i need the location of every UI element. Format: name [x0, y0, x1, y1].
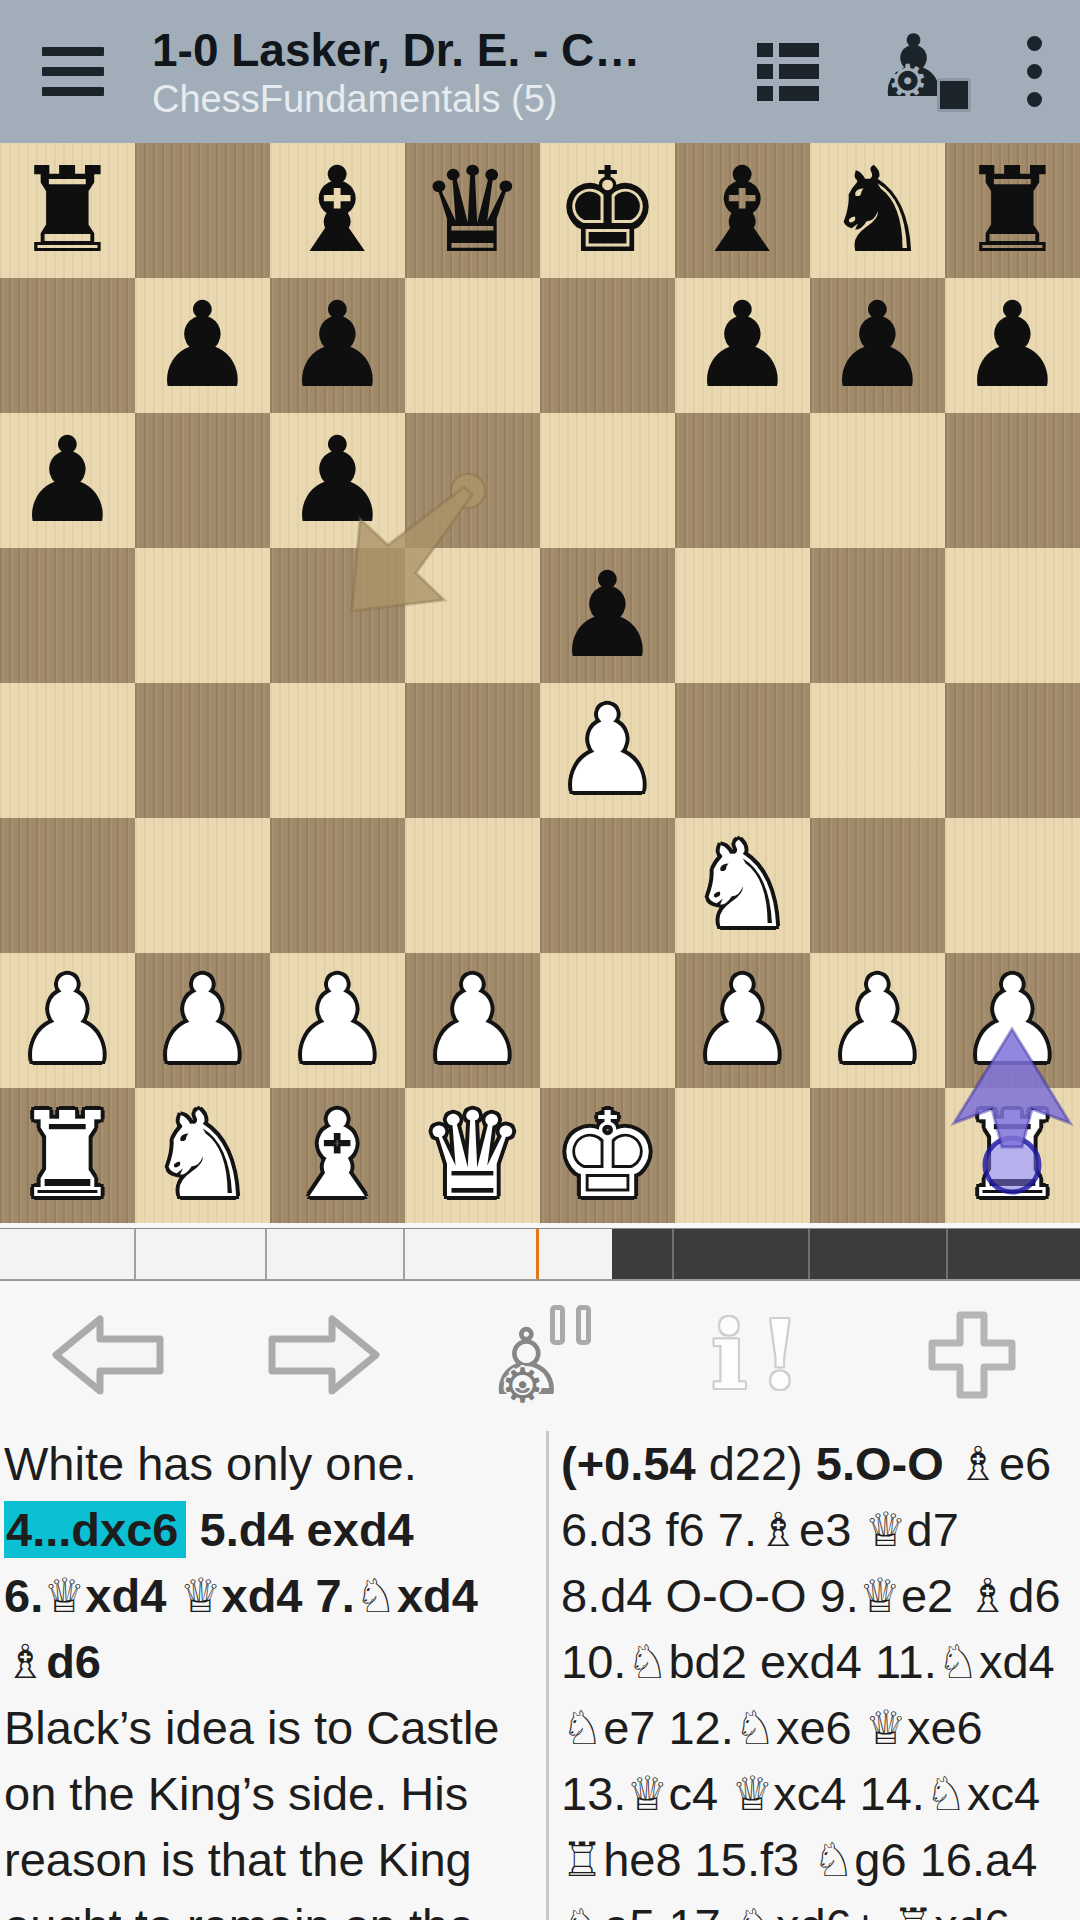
square-e5[interactable]: ♟ — [540, 548, 675, 683]
progress-divider — [265, 1229, 267, 1279]
back-arrow-icon — [48, 1313, 168, 1397]
forward-button[interactable] — [216, 1305, 432, 1405]
square-e6[interactable] — [540, 413, 675, 548]
forward-arrow-icon — [264, 1313, 384, 1397]
engine-pause-icon: ♙ ⚙ — [475, 1305, 605, 1405]
piece-white-king: ♚ — [555, 1088, 661, 1223]
square-g8[interactable]: ♞ — [810, 143, 945, 278]
square-d3[interactable] — [405, 818, 540, 953]
engine-column[interactable]: (+0.54 d22) 5.O-O ♗e66.d3 f6 7.♗e3 ♕d78.… — [549, 1431, 1080, 1920]
app-bar: 1-0 Lasker, Dr. E. - C… ChessFundamental… — [0, 0, 1080, 143]
piece-black-pawn: ♟ — [150, 278, 256, 413]
square-h2[interactable]: ♟ — [945, 953, 1080, 1088]
square-e1[interactable]: ♚ — [540, 1088, 675, 1223]
selected-move[interactable]: 4...dxc6 — [4, 1501, 186, 1558]
annotation-line[interactable]: 4...dxc6 5.d4 exd4 — [4, 1497, 546, 1563]
square-a8[interactable]: ♜ — [0, 143, 135, 278]
engine-line[interactable]: ♘e7 12.♘xe6 ♕xe6 — [561, 1695, 1080, 1761]
square-c1[interactable]: ♝ — [270, 1088, 405, 1223]
square-d4[interactable] — [405, 683, 540, 818]
piece-black-rook: ♜ — [960, 143, 1066, 278]
square-e4[interactable]: ♟ — [540, 683, 675, 818]
piece-black-pawn: ♟ — [555, 548, 661, 683]
square-d8[interactable]: ♛ — [405, 143, 540, 278]
square-c7[interactable]: ♟ — [270, 278, 405, 413]
square-a6[interactable]: ♟ — [0, 413, 135, 548]
annotation-column[interactable]: White has only one.4...dxc6 5.d4 exd46.♕… — [0, 1431, 546, 1920]
square-b7[interactable]: ♟ — [135, 278, 270, 413]
square-a2[interactable]: ♟ — [0, 953, 135, 1088]
square-d6[interactable] — [405, 413, 540, 548]
square-f3[interactable]: ♞ — [675, 818, 810, 953]
piece-white-pawn: ♟ — [825, 953, 931, 1088]
piece-white-pawn: ♟ — [960, 953, 1066, 1088]
pause-bar-icon — [576, 1305, 591, 1345]
add-move-button[interactable] — [864, 1305, 1080, 1405]
back-button[interactable] — [0, 1305, 216, 1405]
square-f1[interactable] — [675, 1088, 810, 1223]
engine-line[interactable]: 6.d3 f6 7.♗e3 ♕d7 — [561, 1497, 1080, 1563]
annotation-line[interactable]: on the King’s side. His — [4, 1761, 546, 1827]
square-h3[interactable] — [945, 818, 1080, 953]
piece-white-queen: ♛ — [420, 1088, 526, 1223]
square-g4[interactable] — [810, 683, 945, 818]
piece-white-pawn: ♟ — [690, 953, 796, 1088]
piece-black-pawn: ♟ — [960, 278, 1066, 413]
square-d7[interactable] — [405, 278, 540, 413]
progress-divider — [946, 1229, 948, 1279]
square-a5[interactable] — [0, 548, 135, 683]
piece-white-rook: ♜ — [960, 1088, 1066, 1223]
overflow-menu-icon[interactable] — [1027, 36, 1042, 107]
page-title: 1-0 Lasker, Dr. E. - C… — [152, 23, 757, 77]
square-h6[interactable] — [945, 413, 1080, 548]
square-b8[interactable] — [135, 143, 270, 278]
piece-white-bishop: ♝ — [285, 1088, 391, 1223]
annotation-line[interactable]: reason is that the King — [4, 1827, 546, 1893]
square-e8[interactable]: ♚ — [540, 143, 675, 278]
piece-black-knight: ♞ — [825, 143, 931, 278]
square-f6[interactable] — [675, 413, 810, 548]
piece-white-pawn: ♟ — [15, 953, 121, 1088]
square-c2[interactable]: ♟ — [270, 953, 405, 1088]
square-f2[interactable]: ♟ — [675, 953, 810, 1088]
info-button[interactable]: i! — [648, 1305, 864, 1405]
square-b3[interactable] — [135, 818, 270, 953]
piece-white-pawn: ♟ — [420, 953, 526, 1088]
plus-icon — [926, 1309, 1018, 1401]
annotation-line[interactable]: ♗d6 — [4, 1629, 546, 1695]
square-h8[interactable]: ♜ — [945, 143, 1080, 278]
engine-line[interactable]: 10.♘bd2 exd4 11.♘xd4 — [561, 1629, 1080, 1695]
square-c5[interactable] — [270, 548, 405, 683]
piece-black-pawn: ♟ — [15, 413, 121, 548]
annotation-line[interactable]: Black’s idea is to Castle — [4, 1695, 546, 1761]
notes-panel: White has only one.4...dxc6 5.d4 exd46.♕… — [0, 1431, 1080, 1920]
progress-divider — [808, 1229, 810, 1279]
piece-black-pawn: ♟ — [285, 278, 391, 413]
square-g7[interactable]: ♟ — [810, 278, 945, 413]
annotation-line[interactable]: White has only one. — [4, 1431, 546, 1497]
piece-black-bishop: ♝ — [690, 143, 796, 278]
square-g2[interactable]: ♟ — [810, 953, 945, 1088]
square-f8[interactable]: ♝ — [675, 143, 810, 278]
square-c6[interactable]: ♟ — [270, 413, 405, 548]
piece-white-pawn: ♟ — [285, 953, 391, 1088]
square-a4[interactable] — [0, 683, 135, 818]
square-g6[interactable] — [810, 413, 945, 548]
square-c4[interactable] — [270, 683, 405, 818]
square-b2[interactable]: ♟ — [135, 953, 270, 1088]
square-f4[interactable] — [675, 683, 810, 818]
game-progress-bar[interactable] — [0, 1228, 1080, 1281]
engine-line[interactable]: ♘e5 17.♘xd6+ ♖xd6 — [561, 1893, 1080, 1920]
engine-toggle-button[interactable]: ♙ ⚙ — [432, 1305, 648, 1405]
square-d2[interactable]: ♟ — [405, 953, 540, 1088]
annotation-line[interactable]: ought to remain on the — [4, 1893, 546, 1920]
annotation-line[interactable]: 6.♕xd4 ♕xd4 7.♘xd4 — [4, 1563, 546, 1629]
stop-square-icon — [937, 78, 971, 112]
progress-divider — [134, 1229, 136, 1279]
square-h4[interactable] — [945, 683, 1080, 818]
piece-white-pawn: ♟ — [150, 953, 256, 1088]
square-d5[interactable] — [405, 548, 540, 683]
square-e3[interactable] — [540, 818, 675, 953]
square-e7[interactable] — [540, 278, 675, 413]
info-exclaim-icon: i! — [712, 1308, 801, 1402]
square-c8[interactable]: ♝ — [270, 143, 405, 278]
engine-line[interactable]: 13.♕c4 ♕xc4 14.♘xc4 — [561, 1761, 1080, 1827]
piece-black-queen: ♛ — [420, 143, 526, 278]
square-b6[interactable] — [135, 413, 270, 548]
square-g5[interactable] — [810, 548, 945, 683]
nav-button-row: ♙ ⚙ i! — [0, 1305, 1080, 1405]
square-h1[interactable]: ♜ — [945, 1088, 1080, 1223]
piece-black-rook: ♜ — [15, 143, 121, 278]
chess-board: ♜♝♛♚♝♞♜♟♟♟♟♟♟♟♟♟♞♟♟♟♟♟♟♟♜♞♝♛♚♜ — [0, 143, 1080, 1223]
menu-icon[interactable] — [42, 47, 104, 96]
square-a7[interactable] — [0, 278, 135, 413]
square-f5[interactable] — [675, 548, 810, 683]
progress-unplayed-section — [612, 1229, 1080, 1279]
square-h5[interactable] — [945, 548, 1080, 683]
progress-marker — [536, 1229, 539, 1279]
square-a3[interactable] — [0, 818, 135, 953]
square-d1[interactable]: ♛ — [405, 1088, 540, 1223]
piece-black-pawn: ♟ — [285, 413, 391, 548]
engine-status-icon[interactable]: ♟ ⚙ — [875, 24, 971, 120]
game-list-icon[interactable] — [757, 43, 819, 101]
progress-divider — [672, 1229, 674, 1279]
piece-black-pawn: ♟ — [690, 278, 796, 413]
square-e2[interactable] — [540, 953, 675, 1088]
square-a1[interactable]: ♜ — [0, 1088, 135, 1223]
square-g1[interactable] — [810, 1088, 945, 1223]
engine-line[interactable]: 8.d4 O-O-O 9.♕e2 ♗d6 — [561, 1563, 1080, 1629]
piece-white-knight: ♞ — [150, 1088, 256, 1223]
page-subtitle: ChessFundamentals (5) — [152, 77, 757, 121]
engine-line[interactable]: ♖he8 15.f3 ♘g6 16.a4 — [561, 1827, 1080, 1893]
square-g3[interactable] — [810, 818, 945, 953]
gear-icon: ⚙ — [887, 58, 928, 104]
square-h7[interactable]: ♟ — [945, 278, 1080, 413]
square-b5[interactable] — [135, 548, 270, 683]
square-f7[interactable]: ♟ — [675, 278, 810, 413]
title-block: 1-0 Lasker, Dr. E. - C… ChessFundamental… — [152, 23, 757, 121]
square-b4[interactable] — [135, 683, 270, 818]
progress-divider — [403, 1229, 405, 1279]
pause-bar-icon — [550, 1305, 565, 1345]
piece-black-king: ♚ — [555, 143, 661, 278]
piece-black-bishop: ♝ — [285, 143, 391, 278]
piece-white-rook: ♜ — [15, 1088, 121, 1223]
gear-icon: ⚙ — [501, 1361, 544, 1409]
square-c3[interactable] — [270, 818, 405, 953]
piece-white-pawn: ♟ — [555, 683, 661, 818]
piece-white-knight: ♞ — [690, 818, 796, 953]
square-b1[interactable]: ♞ — [135, 1088, 270, 1223]
engine-line[interactable]: (+0.54 d22) 5.O-O ♗e6 — [561, 1431, 1080, 1497]
piece-black-pawn: ♟ — [825, 278, 931, 413]
